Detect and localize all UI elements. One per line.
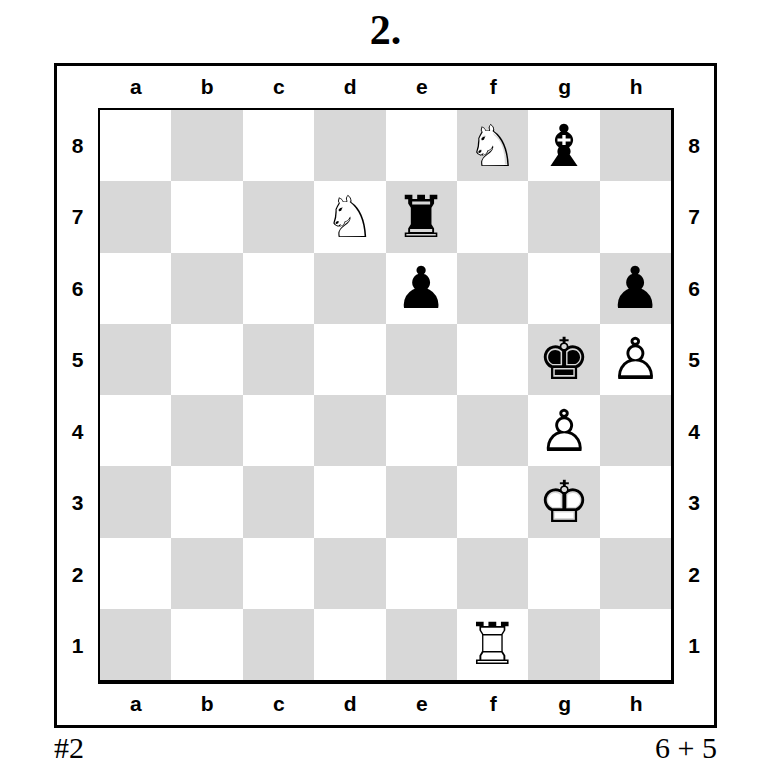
square-a5[interactable] xyxy=(100,324,171,395)
black-piece-glyph: ♜ xyxy=(386,181,457,252)
black-king-g5[interactable]: ♚ xyxy=(528,324,599,395)
black-piece-glyph: ♚ xyxy=(528,324,599,395)
square-e4[interactable] xyxy=(386,395,457,466)
square-b3[interactable] xyxy=(171,466,242,537)
rank-label-4-right: 4 xyxy=(674,396,714,468)
rank-label-7-right: 7 xyxy=(674,182,714,254)
rank-label-8-left: 8 xyxy=(57,110,98,182)
square-h2[interactable] xyxy=(600,538,671,609)
square-g5[interactable]: ♚ xyxy=(528,324,599,395)
square-e1[interactable] xyxy=(386,609,457,680)
black-pawn-e6[interactable]: ♟ xyxy=(386,253,457,324)
square-h3[interactable] xyxy=(600,466,671,537)
square-h6[interactable]: ♟ xyxy=(600,253,671,324)
rank-labels-left: 87654321 xyxy=(57,110,98,682)
square-g8[interactable]: ♝ xyxy=(528,110,599,181)
square-f2[interactable] xyxy=(457,538,528,609)
square-d5[interactable] xyxy=(314,324,385,395)
square-e5[interactable] xyxy=(386,324,457,395)
white-piece-outline-glyph: ♙ xyxy=(528,395,599,466)
white-knight-f8[interactable]: ♞♘ xyxy=(457,110,528,181)
file-label-g-top: g xyxy=(529,66,601,108)
file-label-d-top: d xyxy=(315,66,387,108)
square-e2[interactable] xyxy=(386,538,457,609)
square-f4[interactable] xyxy=(457,395,528,466)
square-e7[interactable]: ♜ xyxy=(386,181,457,252)
rank-label-5-right: 5 xyxy=(674,325,714,397)
white-knight-d7[interactable]: ♞♘ xyxy=(314,181,385,252)
white-piece-outline-glyph: ♘ xyxy=(314,181,385,252)
rank-label-1-right: 1 xyxy=(674,611,714,683)
square-g3[interactable]: ♚♔ xyxy=(528,466,599,537)
square-g4[interactable]: ♟♙ xyxy=(528,395,599,466)
file-label-h-bottom: h xyxy=(601,684,673,723)
board: ♞♘♝♞♘♜♟♟♚♟♙♟♙♚♔♜♖ xyxy=(98,108,674,684)
square-d8[interactable] xyxy=(314,110,385,181)
file-label-b-top: b xyxy=(172,66,244,108)
file-label-d-bottom: d xyxy=(315,684,387,723)
square-f6[interactable] xyxy=(457,253,528,324)
rank-label-7-left: 7 xyxy=(57,182,98,254)
square-d3[interactable] xyxy=(314,466,385,537)
file-label-c-bottom: c xyxy=(243,684,315,723)
material-count-label: 6 + 5 xyxy=(655,731,717,765)
square-f7[interactable] xyxy=(457,181,528,252)
caption-bar: #2 6 + 5 xyxy=(54,731,717,765)
white-piece-outline-glyph: ♖ xyxy=(457,609,528,680)
file-label-f-bottom: f xyxy=(458,684,530,723)
square-h5[interactable]: ♟♙ xyxy=(600,324,671,395)
square-a6[interactable] xyxy=(100,253,171,324)
white-piece-outline-glyph: ♔ xyxy=(528,466,599,537)
rank-label-3-right: 3 xyxy=(674,468,714,540)
file-label-h-top: h xyxy=(601,66,673,108)
square-b1[interactable] xyxy=(171,609,242,680)
file-label-e-bottom: e xyxy=(386,684,458,723)
square-h8[interactable] xyxy=(600,110,671,181)
square-c5[interactable] xyxy=(243,324,314,395)
rank-label-8-right: 8 xyxy=(674,110,714,182)
rank-label-3-left: 3 xyxy=(57,468,98,540)
square-c3[interactable] xyxy=(243,466,314,537)
square-b7[interactable] xyxy=(171,181,242,252)
puzzle-number-title: 2. xyxy=(54,0,717,60)
square-d7[interactable]: ♞♘ xyxy=(314,181,385,252)
square-e8[interactable] xyxy=(386,110,457,181)
black-pawn-h6[interactable]: ♟ xyxy=(600,253,671,324)
rank-label-5-left: 5 xyxy=(57,325,98,397)
square-b5[interactable] xyxy=(171,324,242,395)
square-f3[interactable] xyxy=(457,466,528,537)
rank-label-2-left: 2 xyxy=(57,539,98,611)
black-rook-e7[interactable]: ♜ xyxy=(386,181,457,252)
square-a8[interactable] xyxy=(100,110,171,181)
square-d4[interactable] xyxy=(314,395,385,466)
file-label-c-top: c xyxy=(243,66,315,108)
file-label-g-bottom: g xyxy=(529,684,601,723)
rank-label-6-right: 6 xyxy=(674,253,714,325)
file-label-f-top: f xyxy=(458,66,530,108)
square-b6[interactable] xyxy=(171,253,242,324)
square-g6[interactable] xyxy=(528,253,599,324)
square-h7[interactable] xyxy=(600,181,671,252)
square-c7[interactable] xyxy=(243,181,314,252)
square-c2[interactable] xyxy=(243,538,314,609)
square-h1[interactable] xyxy=(600,609,671,680)
rank-label-6-left: 6 xyxy=(57,253,98,325)
stipulation-label: #2 xyxy=(54,731,84,765)
rank-label-4-left: 4 xyxy=(57,396,98,468)
square-g1[interactable] xyxy=(528,609,599,680)
rank-label-2-right: 2 xyxy=(674,539,714,611)
square-g2[interactable] xyxy=(528,538,599,609)
square-a2[interactable] xyxy=(100,538,171,609)
square-b4[interactable] xyxy=(171,395,242,466)
square-g7[interactable] xyxy=(528,181,599,252)
white-king-g3[interactable]: ♚♔ xyxy=(528,466,599,537)
square-a3[interactable] xyxy=(100,466,171,537)
square-f1[interactable]: ♜♖ xyxy=(457,609,528,680)
white-rook-f1[interactable]: ♜♖ xyxy=(457,609,528,680)
black-bishop-g8[interactable]: ♝ xyxy=(528,110,599,181)
file-label-a-bottom: a xyxy=(100,684,172,723)
file-labels-bottom: abcdefgh xyxy=(100,684,672,723)
white-piece-outline-glyph: ♙ xyxy=(600,324,671,395)
square-d6[interactable] xyxy=(314,253,385,324)
file-labels-top: abcdefgh xyxy=(100,66,672,108)
square-b8[interactable] xyxy=(171,110,242,181)
square-a4[interactable] xyxy=(100,395,171,466)
file-label-a-top: a xyxy=(100,66,172,108)
square-e6[interactable]: ♟ xyxy=(386,253,457,324)
square-h4[interactable] xyxy=(600,395,671,466)
square-a1[interactable] xyxy=(100,609,171,680)
square-c6[interactable] xyxy=(243,253,314,324)
square-a7[interactable] xyxy=(100,181,171,252)
square-f8[interactable]: ♞♘ xyxy=(457,110,528,181)
square-e3[interactable] xyxy=(386,466,457,537)
square-d2[interactable] xyxy=(314,538,385,609)
square-d1[interactable] xyxy=(314,609,385,680)
black-piece-glyph: ♟ xyxy=(386,253,457,324)
board-frame: abcdefgh 87654321 87654321 abcdefgh ♞♘♝♞… xyxy=(54,63,717,728)
white-piece-outline-glyph: ♘ xyxy=(457,110,528,181)
white-pawn-h5[interactable]: ♟♙ xyxy=(600,324,671,395)
file-label-e-top: e xyxy=(386,66,458,108)
square-c8[interactable] xyxy=(243,110,314,181)
rank-labels-right: 87654321 xyxy=(674,110,714,682)
square-f5[interactable] xyxy=(457,324,528,395)
rank-label-1-left: 1 xyxy=(57,611,98,683)
black-piece-glyph: ♟ xyxy=(600,253,671,324)
square-c1[interactable] xyxy=(243,609,314,680)
file-label-b-bottom: b xyxy=(172,684,244,723)
black-piece-glyph: ♝ xyxy=(528,110,599,181)
white-pawn-g4[interactable]: ♟♙ xyxy=(528,395,599,466)
square-c4[interactable] xyxy=(243,395,314,466)
square-b2[interactable] xyxy=(171,538,242,609)
